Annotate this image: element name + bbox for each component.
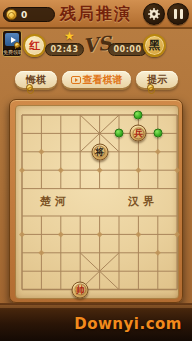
black-player-label: 黑 bbox=[149, 38, 160, 53]
coin-balance-pill[interactable]: 0 bbox=[3, 7, 55, 22]
move-hint-dot[interactable] bbox=[153, 129, 162, 138]
star-icon: ★ bbox=[64, 29, 75, 43]
red-timer: 02:43 bbox=[45, 43, 84, 56]
piece-red-兵[interactable]: 兵 bbox=[130, 125, 147, 142]
app-root: 0 残局推演 免费领取 红 bbox=[0, 0, 192, 341]
settings-button[interactable] bbox=[143, 3, 165, 25]
red-player-label: 红 bbox=[29, 38, 40, 53]
coin-icon bbox=[14, 42, 20, 48]
video-icon bbox=[71, 76, 81, 84]
page-title: 残局推演 bbox=[60, 4, 132, 25]
black-player-medal: 黑 bbox=[143, 34, 166, 57]
black-timer: 00:00 bbox=[108, 43, 147, 56]
undo-button[interactable]: 悔棋 bbox=[15, 71, 57, 88]
coin-count: 0 bbox=[21, 10, 27, 20]
river-label-right: 汉界 bbox=[128, 194, 158, 209]
gear-icon bbox=[147, 7, 161, 21]
video-badge-label: 免费领取 bbox=[3, 49, 21, 55]
xiangqi-board[interactable]: 楚河 汉界 兵将帅 bbox=[9, 99, 183, 303]
pause-icon bbox=[174, 9, 183, 19]
piece-red-帅[interactable]: 帅 bbox=[72, 281, 89, 298]
video-reward-badge[interactable]: 免费领取 bbox=[2, 30, 22, 57]
move-hint-dot[interactable] bbox=[134, 111, 143, 120]
piece-glyph: 帅 bbox=[76, 285, 85, 294]
view-record-button[interactable]: 查看棋谱 bbox=[62, 71, 131, 88]
view-record-label: 查看棋谱 bbox=[83, 73, 123, 87]
coin-cost-icon bbox=[147, 84, 154, 91]
piece-glyph: 将 bbox=[95, 147, 104, 156]
piece-glyph: 兵 bbox=[134, 129, 143, 138]
red-player-medal: 红 bbox=[23, 34, 46, 57]
watermark: Downyi.com bbox=[74, 315, 182, 333]
move-hint-dot[interactable] bbox=[115, 129, 124, 138]
coin-icon bbox=[6, 9, 17, 20]
hint-button[interactable]: 提示 bbox=[136, 71, 178, 88]
piece-black-将[interactable]: 将 bbox=[91, 143, 108, 160]
board-surface[interactable]: 楚河 汉界 兵将帅 bbox=[15, 105, 179, 299]
pause-button[interactable] bbox=[167, 3, 189, 25]
top-bar: 0 残局推演 bbox=[0, 0, 192, 29]
river-label-left: 楚河 bbox=[40, 194, 70, 209]
coin-cost-icon bbox=[26, 84, 33, 91]
